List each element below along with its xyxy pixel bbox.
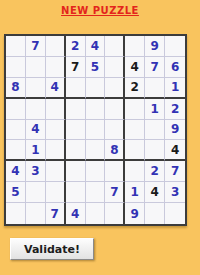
- cell-r9c5[interactable]: [86, 203, 106, 224]
- cell-r2c3[interactable]: [46, 57, 66, 78]
- cell-r5c4[interactable]: [66, 120, 86, 141]
- cell-r1c5[interactable]: 4: [86, 36, 106, 57]
- cell-r8c7[interactable]: 1: [125, 182, 145, 203]
- cell-r9c1[interactable]: [6, 203, 26, 224]
- cell-r2c7[interactable]: 4: [125, 57, 145, 78]
- cell-r5c8[interactable]: [145, 120, 165, 141]
- cell-r2c1[interactable]: [6, 57, 26, 78]
- cell-r8c3[interactable]: [46, 182, 66, 203]
- cell-r4c7[interactable]: [125, 99, 145, 120]
- cell-r6c8[interactable]: [145, 140, 165, 161]
- cell-r9c9[interactable]: [165, 203, 185, 224]
- cell-r6c5[interactable]: [86, 140, 106, 161]
- cell-r5c3[interactable]: [46, 120, 66, 141]
- cell-r4c3[interactable]: [46, 99, 66, 120]
- cell-r2c4[interactable]: 7: [66, 57, 86, 78]
- cell-r9c7[interactable]: 9: [125, 203, 145, 224]
- cell-r3c5[interactable]: [86, 78, 106, 99]
- cell-r1c1[interactable]: [6, 36, 26, 57]
- cell-r2c8[interactable]: 7: [145, 57, 165, 78]
- cell-r6c1[interactable]: [6, 140, 26, 161]
- cell-r7c7[interactable]: [125, 161, 145, 182]
- cell-r1c6[interactable]: [105, 36, 125, 57]
- cell-r3c8[interactable]: [145, 78, 165, 99]
- cell-r1c3[interactable]: [46, 36, 66, 57]
- validate-button[interactable]: Validate!: [10, 238, 94, 260]
- cell-r4c4[interactable]: [66, 99, 86, 120]
- cell-r8c6[interactable]: 7: [105, 182, 125, 203]
- cell-r7c3[interactable]: [46, 161, 66, 182]
- cell-r3c1[interactable]: 8: [6, 78, 26, 99]
- cell-r5c7[interactable]: [125, 120, 145, 141]
- cell-r8c5[interactable]: [86, 182, 106, 203]
- cell-r4c5[interactable]: [86, 99, 106, 120]
- cell-r6c9[interactable]: 4: [165, 140, 185, 161]
- cell-r3c9[interactable]: 1: [165, 78, 185, 99]
- cell-r3c6[interactable]: [105, 78, 125, 99]
- cell-r3c4[interactable]: [66, 78, 86, 99]
- cell-r4c8[interactable]: 1: [145, 99, 165, 120]
- cell-r8c1[interactable]: 5: [6, 182, 26, 203]
- cell-r7c4[interactable]: [66, 161, 86, 182]
- cell-r5c1[interactable]: [6, 120, 26, 141]
- cell-r7c8[interactable]: 2: [145, 161, 165, 182]
- cell-r9c2[interactable]: [26, 203, 46, 224]
- cell-r4c1[interactable]: [6, 99, 26, 120]
- cell-r6c6[interactable]: 8: [105, 140, 125, 161]
- cell-r1c2[interactable]: 7: [26, 36, 46, 57]
- cell-r2c2[interactable]: [26, 57, 46, 78]
- cell-r6c3[interactable]: [46, 140, 66, 161]
- cell-r4c2[interactable]: [26, 99, 46, 120]
- cell-r8c2[interactable]: [26, 182, 46, 203]
- cell-r4c9[interactable]: 2: [165, 99, 185, 120]
- cell-r8c8[interactable]: 4: [145, 182, 165, 203]
- cell-r2c9[interactable]: 6: [165, 57, 185, 78]
- cell-r6c7[interactable]: [125, 140, 145, 161]
- cell-r7c2[interactable]: 3: [26, 161, 46, 182]
- cell-r1c4[interactable]: 2: [66, 36, 86, 57]
- cell-r8c9[interactable]: 3: [165, 182, 185, 203]
- cell-r9c8[interactable]: [145, 203, 165, 224]
- cell-r5c2[interactable]: 4: [26, 120, 46, 141]
- cell-r7c1[interactable]: 4: [6, 161, 26, 182]
- cell-r6c4[interactable]: [66, 140, 86, 161]
- cell-r1c8[interactable]: 9: [145, 36, 165, 57]
- cell-r5c5[interactable]: [86, 120, 106, 141]
- cell-r5c6[interactable]: [105, 120, 125, 141]
- cell-r9c4[interactable]: 4: [66, 203, 86, 224]
- cell-r7c9[interactable]: 7: [165, 161, 185, 182]
- cell-r1c7[interactable]: [125, 36, 145, 57]
- cell-r3c2[interactable]: [26, 78, 46, 99]
- page-title: NEW PUZZLE: [0, 5, 200, 16]
- cell-r3c7[interactable]: 2: [125, 78, 145, 99]
- cell-r2c6[interactable]: [105, 57, 125, 78]
- cell-r3c3[interactable]: 4: [46, 78, 66, 99]
- cell-r9c6[interactable]: [105, 203, 125, 224]
- cell-r7c5[interactable]: [86, 161, 106, 182]
- cell-r8c4[interactable]: [66, 182, 86, 203]
- cell-r4c6[interactable]: [105, 99, 125, 120]
- cell-r7c6[interactable]: [105, 161, 125, 182]
- cell-r9c3[interactable]: 7: [46, 203, 66, 224]
- sudoku-board: 72497547684211249184432757143749: [4, 34, 187, 226]
- cell-r6c2[interactable]: 1: [26, 140, 46, 161]
- cell-r1c9[interactable]: [165, 36, 185, 57]
- cell-r2c5[interactable]: 5: [86, 57, 106, 78]
- cell-r5c9[interactable]: 9: [165, 120, 185, 141]
